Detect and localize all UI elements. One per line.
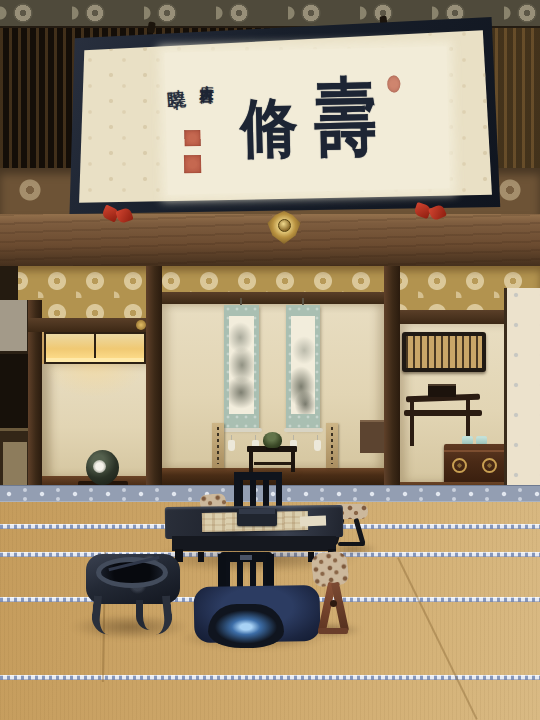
emblem-boss: [278, 219, 291, 232]
cabinet-door-left: [46, 334, 94, 361]
cabriole-leg: [136, 600, 150, 630]
lattice-window: [402, 332, 486, 372]
calligraphy-char-left: 脩: [240, 96, 299, 161]
scroll-roller: [221, 428, 262, 432]
wooden-label-tablet-left: [212, 423, 224, 468]
display-shelf-lower: [404, 410, 482, 416]
display-stand-leg: [291, 452, 295, 472]
kyosoku-armrest-stand: [318, 582, 348, 634]
chair-stile: [234, 472, 240, 510]
plaque-content: 壽 脩 庚寅春日 曉翠: [64, 9, 504, 221]
scroll-weight-tassel: [228, 440, 235, 451]
green-dome-ornament: [263, 432, 282, 448]
chest-ring-handle: [482, 458, 497, 473]
tatami-heri-stripe: [0, 675, 540, 680]
cabriole-leg: [90, 595, 112, 635]
calligraphy-plaque: 壽 脩 庚寅春日 曉翠: [66, 14, 502, 216]
calligraphy-char-right: 壽: [313, 74, 378, 160]
right-bay-lintel: [400, 310, 508, 324]
left-room-shoji: [0, 300, 30, 354]
main-post-right: [384, 266, 400, 506]
stand-foot: [318, 628, 348, 634]
wooden-label-tablet-right: [326, 423, 338, 468]
hanging-scroll-left: [224, 305, 259, 429]
chair-backplate: [240, 555, 252, 560]
stand-hole: [330, 600, 337, 607]
brass-ornament-icon: [136, 320, 146, 330]
chair-top-rail: [234, 472, 282, 480]
tokonoma-lintel: [160, 292, 386, 304]
ink-landscape-painting: [229, 316, 254, 414]
cabriole-leg: [152, 595, 174, 635]
chair-seat-front: [208, 604, 284, 648]
ink-landscape-painting: [291, 316, 315, 414]
scroll-roller: [284, 428, 323, 432]
side-rail: [360, 420, 385, 453]
signature-column: 曉翠: [166, 74, 189, 127]
square-seal-icon: [184, 130, 200, 146]
lacquer-box-lid: [239, 509, 275, 514]
cabinet-glow-edge: [46, 358, 144, 362]
hanging-scroll-right: [286, 305, 320, 429]
low-table-apron: [172, 536, 336, 551]
zaisu-chair-back: [234, 472, 282, 510]
chair-stile: [276, 472, 282, 510]
left-bay-lintel: [28, 318, 148, 332]
armrest-foot: [338, 542, 365, 546]
shoji-panel: [504, 288, 540, 504]
stand-board: [331, 582, 349, 633]
hibachi-brazier: [84, 552, 184, 640]
black-box-on-shelf: [428, 384, 456, 397]
paper-sheet: [300, 516, 326, 527]
main-post-left: [146, 266, 162, 506]
cabinet-door-right: [96, 334, 144, 361]
display-stand-leg: [249, 452, 253, 472]
display-stand-shelf: [254, 462, 291, 465]
japanese-room-photo: 壽 脩 庚寅春日 曉翠: [0, 0, 540, 720]
scroll-weight-tassel: [314, 440, 321, 451]
shelf-support: [410, 398, 414, 446]
chest-lid-line: [444, 450, 508, 452]
left-room-cabinet-panel: [3, 442, 27, 486]
square-seal-icon: [184, 155, 201, 173]
chest-ring-handle: [452, 458, 467, 473]
vase-flower-motif: [93, 460, 106, 473]
cabinet-light-spill: [42, 364, 146, 398]
